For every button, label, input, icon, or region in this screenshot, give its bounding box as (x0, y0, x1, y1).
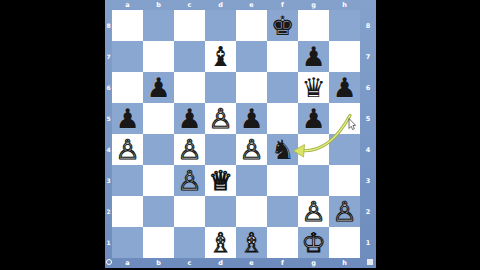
white-pawn-d5[interactable]: ♙ (205, 103, 236, 134)
square-a6[interactable] (112, 72, 143, 103)
square-h1[interactable] (329, 227, 360, 258)
square-a5[interactable]: ♟ (112, 103, 143, 134)
white-pawn-c3[interactable]: ♙ (174, 165, 205, 196)
square-a2[interactable] (112, 196, 143, 227)
rank-label-8: 8 (360, 10, 376, 41)
file-label-a: a (112, 258, 143, 268)
square-b8[interactable] (143, 10, 174, 41)
black-pawn-a5[interactable]: ♟ (112, 103, 143, 134)
square-d2[interactable] (205, 196, 236, 227)
square-c1[interactable] (174, 227, 205, 258)
square-h8[interactable] (329, 10, 360, 41)
rank-label-2: 2 (360, 196, 376, 227)
rank-label-3: 3 (105, 165, 112, 196)
rank-label-1: 1 (105, 227, 112, 258)
white-king-g1[interactable]: ♔ (298, 227, 329, 258)
square-c7[interactable] (174, 41, 205, 72)
square-e6[interactable] (236, 72, 267, 103)
file-labels-top: abcdefgh (112, 0, 360, 10)
square-d8[interactable] (205, 10, 236, 41)
square-f4[interactable]: ♞ (267, 134, 298, 165)
square-b7[interactable] (143, 41, 174, 72)
file-label-g: g (298, 0, 329, 10)
square-c5[interactable]: ♟ (174, 103, 205, 134)
square-h7[interactable] (329, 41, 360, 72)
square-e7[interactable] (236, 41, 267, 72)
rank-label-4: 4 (105, 134, 112, 165)
white-pawn-a4[interactable]: ♙ (112, 134, 143, 165)
square-c6[interactable] (174, 72, 205, 103)
square-h2[interactable]: ♙ (329, 196, 360, 227)
square-b5[interactable] (143, 103, 174, 134)
rank-label-7: 7 (105, 41, 112, 72)
corner-square-icon[interactable] (367, 259, 373, 265)
square-g5[interactable]: ♟ (298, 103, 329, 134)
square-g2[interactable]: ♙ (298, 196, 329, 227)
square-e2[interactable] (236, 196, 267, 227)
square-g8[interactable] (298, 10, 329, 41)
square-d5[interactable]: ♙ (205, 103, 236, 134)
square-b1[interactable] (143, 227, 174, 258)
chess-board: abcdefgh abcdefgh 87654321 87654321 ♚♝♟♟… (105, 0, 376, 268)
black-pawn-b6[interactable]: ♟ (143, 72, 174, 103)
square-b2[interactable] (143, 196, 174, 227)
flip-board-icon[interactable] (106, 259, 112, 265)
square-c8[interactable] (174, 10, 205, 41)
black-pawn-g5[interactable]: ♟ (298, 103, 329, 134)
black-pawn-c5[interactable]: ♟ (174, 103, 205, 134)
white-queen-d3[interactable]: ♕ (205, 165, 236, 196)
square-h3[interactable] (329, 165, 360, 196)
square-g1[interactable]: ♔ (298, 227, 329, 258)
square-a4[interactable]: ♙ (112, 134, 143, 165)
rank-label-2: 2 (105, 196, 112, 227)
square-e8[interactable] (236, 10, 267, 41)
square-f2[interactable] (267, 196, 298, 227)
white-pawn-e4[interactable]: ♙ (236, 134, 267, 165)
file-label-b: b (143, 0, 174, 10)
square-a7[interactable] (112, 41, 143, 72)
square-f6[interactable] (267, 72, 298, 103)
rank-label-6: 6 (105, 72, 112, 103)
square-c2[interactable] (174, 196, 205, 227)
black-king-f8[interactable]: ♚ (267, 10, 298, 41)
square-f8[interactable]: ♚ (267, 10, 298, 41)
square-a3[interactable] (112, 165, 143, 196)
square-f3[interactable] (267, 165, 298, 196)
square-e4[interactable]: ♙ (236, 134, 267, 165)
file-label-e: e (236, 0, 267, 10)
black-pawn-h6[interactable]: ♟ (329, 72, 360, 103)
square-g7[interactable]: ♟ (298, 41, 329, 72)
rank-label-4: 4 (360, 134, 376, 165)
square-c4[interactable]: ♙ (174, 134, 205, 165)
square-b4[interactable] (143, 134, 174, 165)
square-f1[interactable] (267, 227, 298, 258)
black-pawn-e5[interactable]: ♟ (236, 103, 267, 134)
rank-label-8: 8 (105, 10, 112, 41)
file-labels-bottom: abcdefgh (112, 258, 360, 268)
white-bishop-d1[interactable]: ♗ (205, 227, 236, 258)
square-a1[interactable] (112, 227, 143, 258)
file-label-g: g (298, 258, 329, 268)
square-f5[interactable] (267, 103, 298, 134)
square-g3[interactable] (298, 165, 329, 196)
square-c3[interactable]: ♙ (174, 165, 205, 196)
square-b3[interactable] (143, 165, 174, 196)
file-label-d: d (205, 258, 236, 268)
square-h6[interactable]: ♟ (329, 72, 360, 103)
file-label-c: c (174, 258, 205, 268)
square-d3[interactable]: ♕ (205, 165, 236, 196)
video-frame: abcdefgh abcdefgh 87654321 87654321 ♚♝♟♟… (0, 0, 480, 270)
file-label-h: h (329, 0, 360, 10)
white-pawn-g2[interactable]: ♙ (298, 196, 329, 227)
rank-label-5: 5 (360, 103, 376, 134)
square-f7[interactable] (267, 41, 298, 72)
file-label-f: f (267, 0, 298, 10)
black-bishop-d7[interactable]: ♝ (205, 41, 236, 72)
white-bishop-e1[interactable]: ♗ (236, 227, 267, 258)
file-label-f: f (267, 258, 298, 268)
rank-labels-right: 87654321 (360, 10, 376, 258)
rank-labels-left: 87654321 (105, 10, 112, 258)
rank-label-1: 1 (360, 227, 376, 258)
square-h4[interactable] (329, 134, 360, 165)
file-label-a: a (112, 0, 143, 10)
square-a8[interactable] (112, 10, 143, 41)
file-label-h: h (329, 258, 360, 268)
rank-label-5: 5 (105, 103, 112, 134)
white-pawn-c4[interactable]: ♙ (174, 134, 205, 165)
square-b6[interactable]: ♟ (143, 72, 174, 103)
square-g4[interactable] (298, 134, 329, 165)
black-queen-g6[interactable]: ♛ (298, 72, 329, 103)
file-label-b: b (143, 258, 174, 268)
rank-label-6: 6 (360, 72, 376, 103)
rank-label-7: 7 (360, 41, 376, 72)
file-label-d: d (205, 0, 236, 10)
square-g6[interactable]: ♛ (298, 72, 329, 103)
file-label-c: c (174, 0, 205, 10)
square-e5[interactable]: ♟ (236, 103, 267, 134)
black-knight-f4[interactable]: ♞ (267, 134, 298, 165)
rank-label-3: 3 (360, 165, 376, 196)
square-d1[interactable]: ♗ (205, 227, 236, 258)
square-d4[interactable] (205, 134, 236, 165)
square-h5[interactable] (329, 103, 360, 134)
square-e3[interactable] (236, 165, 267, 196)
square-d6[interactable] (205, 72, 236, 103)
square-d7[interactable]: ♝ (205, 41, 236, 72)
board-squares[interactable]: ♚♝♟♟♛♟♟♟♙♟♟♙♙♙♞♙♕♙♙♗♗♔ (112, 10, 360, 258)
square-e1[interactable]: ♗ (236, 227, 267, 258)
white-pawn-h2[interactable]: ♙ (329, 196, 360, 227)
file-label-e: e (236, 258, 267, 268)
black-pawn-g7[interactable]: ♟ (298, 41, 329, 72)
